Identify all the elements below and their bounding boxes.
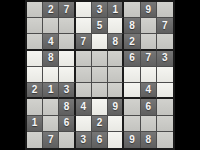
cell-r1c7[interactable]: [124, 2, 140, 18]
cell-r7c7[interactable]: [124, 99, 140, 115]
cell-r9c2: 7: [43, 132, 59, 148]
cell-r9c9[interactable]: [157, 132, 173, 148]
cell-r8c5: 2: [92, 116, 108, 132]
cell-r7c6: 9: [108, 99, 124, 115]
cell-r2c7: 8: [124, 18, 140, 34]
cell-r2c1[interactable]: [27, 18, 43, 34]
app-background: { "game": "sudoku", "position": ".27.31.…: [0, 0, 200, 150]
cell-r6c6[interactable]: [108, 83, 124, 99]
cell-r4c2: 8: [43, 51, 59, 67]
cell-r5c2[interactable]: [43, 67, 59, 83]
cell-r7c2[interactable]: [43, 99, 59, 115]
cell-r1c5: 3: [92, 2, 108, 18]
cell-r3c8[interactable]: [141, 34, 157, 50]
cell-r4c5[interactable]: [92, 51, 108, 67]
cell-r4c8: 7: [141, 51, 157, 67]
cell-r5c3[interactable]: [59, 67, 75, 83]
sudoku-board: 27319587478286732134849616273698: [25, 0, 175, 150]
cell-r4c1[interactable]: [27, 51, 43, 67]
cell-r6c8: 4: [141, 83, 157, 99]
cell-r8c8[interactable]: [141, 116, 157, 132]
cell-r6c4[interactable]: [76, 83, 92, 99]
cell-r1c8: 9: [141, 2, 157, 18]
cell-r3c6: 8: [108, 34, 124, 50]
cell-r3c5[interactable]: [92, 34, 108, 50]
cell-r3c1[interactable]: [27, 34, 43, 50]
cell-r8c1: 1: [27, 116, 43, 132]
cell-r4c6[interactable]: [108, 51, 124, 67]
cell-r9c8: 8: [141, 132, 157, 148]
cell-r8c6[interactable]: [108, 116, 124, 132]
cell-r2c9: 7: [157, 18, 173, 34]
cell-r6c5[interactable]: [92, 83, 108, 99]
cell-r2c5: 5: [92, 18, 108, 34]
cell-r1c1[interactable]: [27, 2, 43, 18]
cell-r1c4[interactable]: [76, 2, 92, 18]
cell-r7c9[interactable]: [157, 99, 173, 115]
cell-r3c9[interactable]: [157, 34, 173, 50]
cell-r1c2: 2: [43, 2, 59, 18]
cell-r4c3[interactable]: [59, 51, 75, 67]
cell-r3c2: 4: [43, 34, 59, 50]
cell-r9c3[interactable]: [59, 132, 75, 148]
cell-r8c2[interactable]: [43, 116, 59, 132]
cell-r8c7[interactable]: [124, 116, 140, 132]
cell-r7c5[interactable]: [92, 99, 108, 115]
cell-r5c5[interactable]: [92, 67, 108, 83]
cell-r7c1[interactable]: [27, 99, 43, 115]
cell-r9c4: 3: [76, 132, 92, 148]
cell-r2c8[interactable]: [141, 18, 157, 34]
cell-r7c4: 4: [76, 99, 92, 115]
cell-r5c4[interactable]: [76, 67, 92, 83]
cell-r6c2: 1: [43, 83, 59, 99]
cell-r5c1[interactable]: [27, 67, 43, 83]
cell-r2c3[interactable]: [59, 18, 75, 34]
cell-r4c9: 3: [157, 51, 173, 67]
cell-r8c3: 6: [59, 116, 75, 132]
cell-r1c9[interactable]: [157, 2, 173, 18]
cell-r2c6[interactable]: [108, 18, 124, 34]
cell-r8c9[interactable]: [157, 116, 173, 132]
cell-r3c4: 7: [76, 34, 92, 50]
cell-r9c6[interactable]: [108, 132, 124, 148]
cell-r2c4[interactable]: [76, 18, 92, 34]
cell-r5c6[interactable]: [108, 67, 124, 83]
cell-r1c6: 1: [108, 2, 124, 18]
cell-r2c2[interactable]: [43, 18, 59, 34]
cell-r7c3: 8: [59, 99, 75, 115]
cell-r6c3: 3: [59, 83, 75, 99]
cell-r9c5: 6: [92, 132, 108, 148]
cell-r4c7: 6: [124, 51, 140, 67]
cell-r8c4[interactable]: [76, 116, 92, 132]
cell-r9c7: 9: [124, 132, 140, 148]
cell-r3c3[interactable]: [59, 34, 75, 50]
cell-r6c1: 2: [27, 83, 43, 99]
cell-r5c9[interactable]: [157, 67, 173, 83]
cell-r6c7[interactable]: [124, 83, 140, 99]
cell-r6c9[interactable]: [157, 83, 173, 99]
cell-r3c7: 2: [124, 34, 140, 50]
cell-r5c7[interactable]: [124, 67, 140, 83]
cell-r4c4[interactable]: [76, 51, 92, 67]
cell-r1c3: 7: [59, 2, 75, 18]
cell-r9c1[interactable]: [27, 132, 43, 148]
cell-r5c8[interactable]: [141, 67, 157, 83]
cell-r7c8: 6: [141, 99, 157, 115]
